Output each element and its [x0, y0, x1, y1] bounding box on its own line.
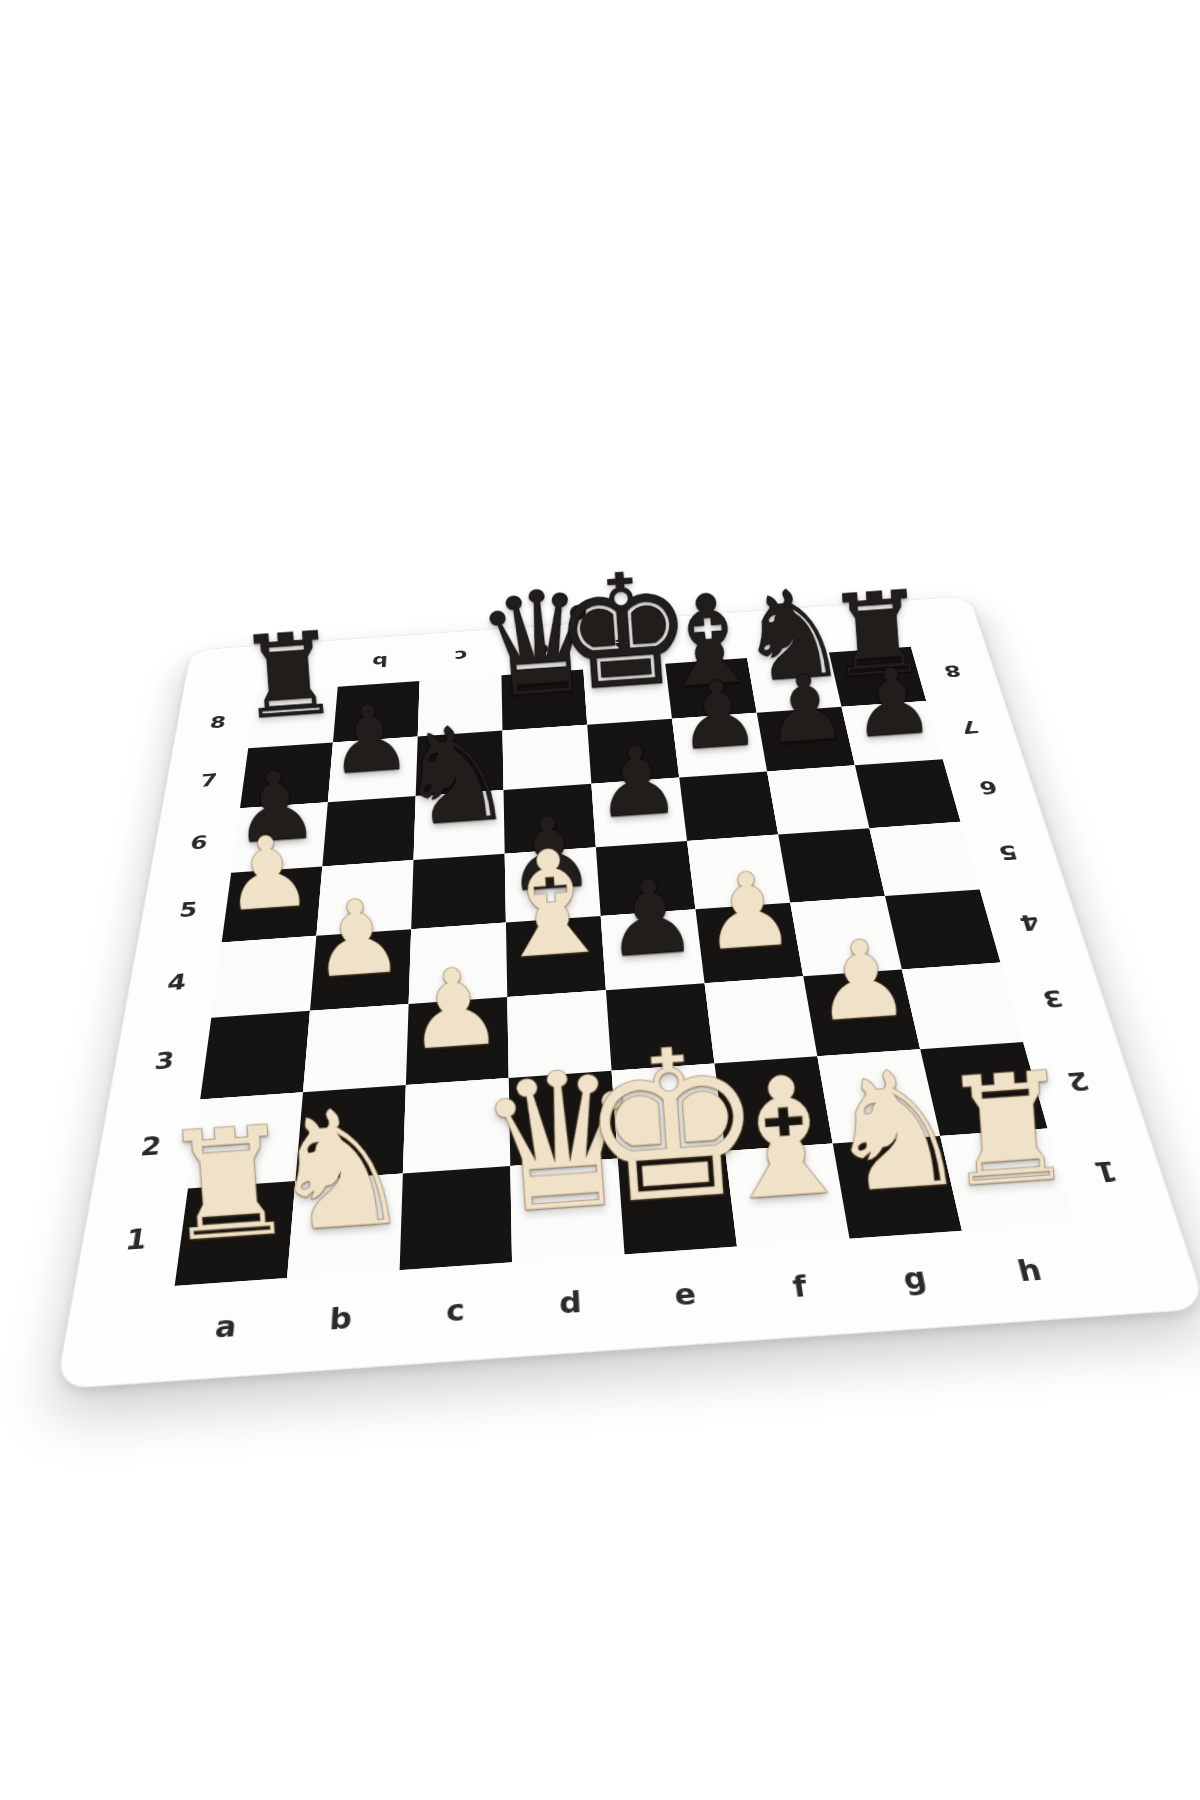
file-label-far-e: e [581, 627, 664, 661]
file-label-b: b [281, 1286, 399, 1352]
white-knight[interactable]: ♞ [261, 1085, 417, 1257]
white-bishop[interactable]: ♝ [481, 828, 620, 981]
rank-label-far-5: 5 [975, 818, 1043, 889]
board-grid: ♜♛♚♝♞♜♟♟♟♟♟♞♟♟♟♟♝♟♟♟♟♜♞♛♚♝♞♜ [175, 647, 1075, 1286]
square-g5[interactable] [778, 828, 885, 902]
file-label-far-a: a [257, 650, 341, 684]
square-g6[interactable] [767, 765, 869, 834]
file-label-far-d: d [501, 633, 583, 667]
rank-label-4: 4 [146, 943, 207, 1022]
square-h6[interactable] [855, 759, 961, 828]
rank-label-far-7: 7 [940, 697, 1001, 758]
file-label-far-b: b [338, 644, 420, 678]
white-rook[interactable]: ♜ [935, 1051, 1080, 1210]
rank-label-far-4: 4 [995, 885, 1066, 961]
file-label-h: h [966, 1239, 1095, 1304]
rank-label-far-3: 3 [1016, 958, 1091, 1041]
file-label-far-c: c [420, 639, 501, 673]
rank-label-8: 8 [192, 693, 243, 752]
file-label-a: a [164, 1294, 285, 1360]
square-f6[interactable] [679, 771, 778, 840]
vinyl-chess-mat: abcdefgh abcdefgh 87654321 87654321 ♜♛♚♝… [55, 596, 1200, 1390]
square-h5[interactable] [869, 822, 979, 896]
rank-label-7: 7 [182, 749, 235, 812]
perspective-stage: abcdefgh abcdefgh 87654321 87654321 ♜♛♚♝… [103, 419, 1096, 1412]
white-pawn[interactable]: ♟ [220, 821, 316, 926]
black-pawn[interactable]: ♟ [674, 667, 763, 764]
black-pawn[interactable]: ♟ [848, 654, 937, 751]
square-a4[interactable] [211, 936, 316, 1018]
white-pawn[interactable]: ♟ [810, 924, 914, 1038]
rank-label-1: 1 [100, 1190, 171, 1291]
square-d7[interactable] [502, 725, 591, 790]
file-label-f: f [739, 1255, 862, 1320]
rank-label-6: 6 [171, 809, 226, 877]
black-pawn[interactable]: ♟ [600, 864, 699, 973]
file-label-d: d [512, 1270, 629, 1335]
white-pawn[interactable]: ♟ [307, 884, 406, 993]
file-label-far-g: g [741, 616, 827, 650]
white-pawn[interactable]: ♟ [698, 857, 797, 966]
rank-label-3: 3 [132, 1019, 196, 1104]
rank-label-far-6: 6 [957, 755, 1021, 821]
black-pawn[interactable]: ♟ [761, 661, 850, 758]
file-label-far-h: h [821, 611, 909, 645]
file-label-far-f: f [661, 622, 746, 656]
file-label-c: c [397, 1278, 513, 1344]
file-label-e: e [626, 1263, 746, 1328]
rank-label-5: 5 [159, 874, 217, 947]
board-photo: abcdefgh abcdefgh 87654321 87654321 ♜♛♚♝… [0, 0, 1200, 1800]
file-label-g: g [852, 1247, 978, 1312]
